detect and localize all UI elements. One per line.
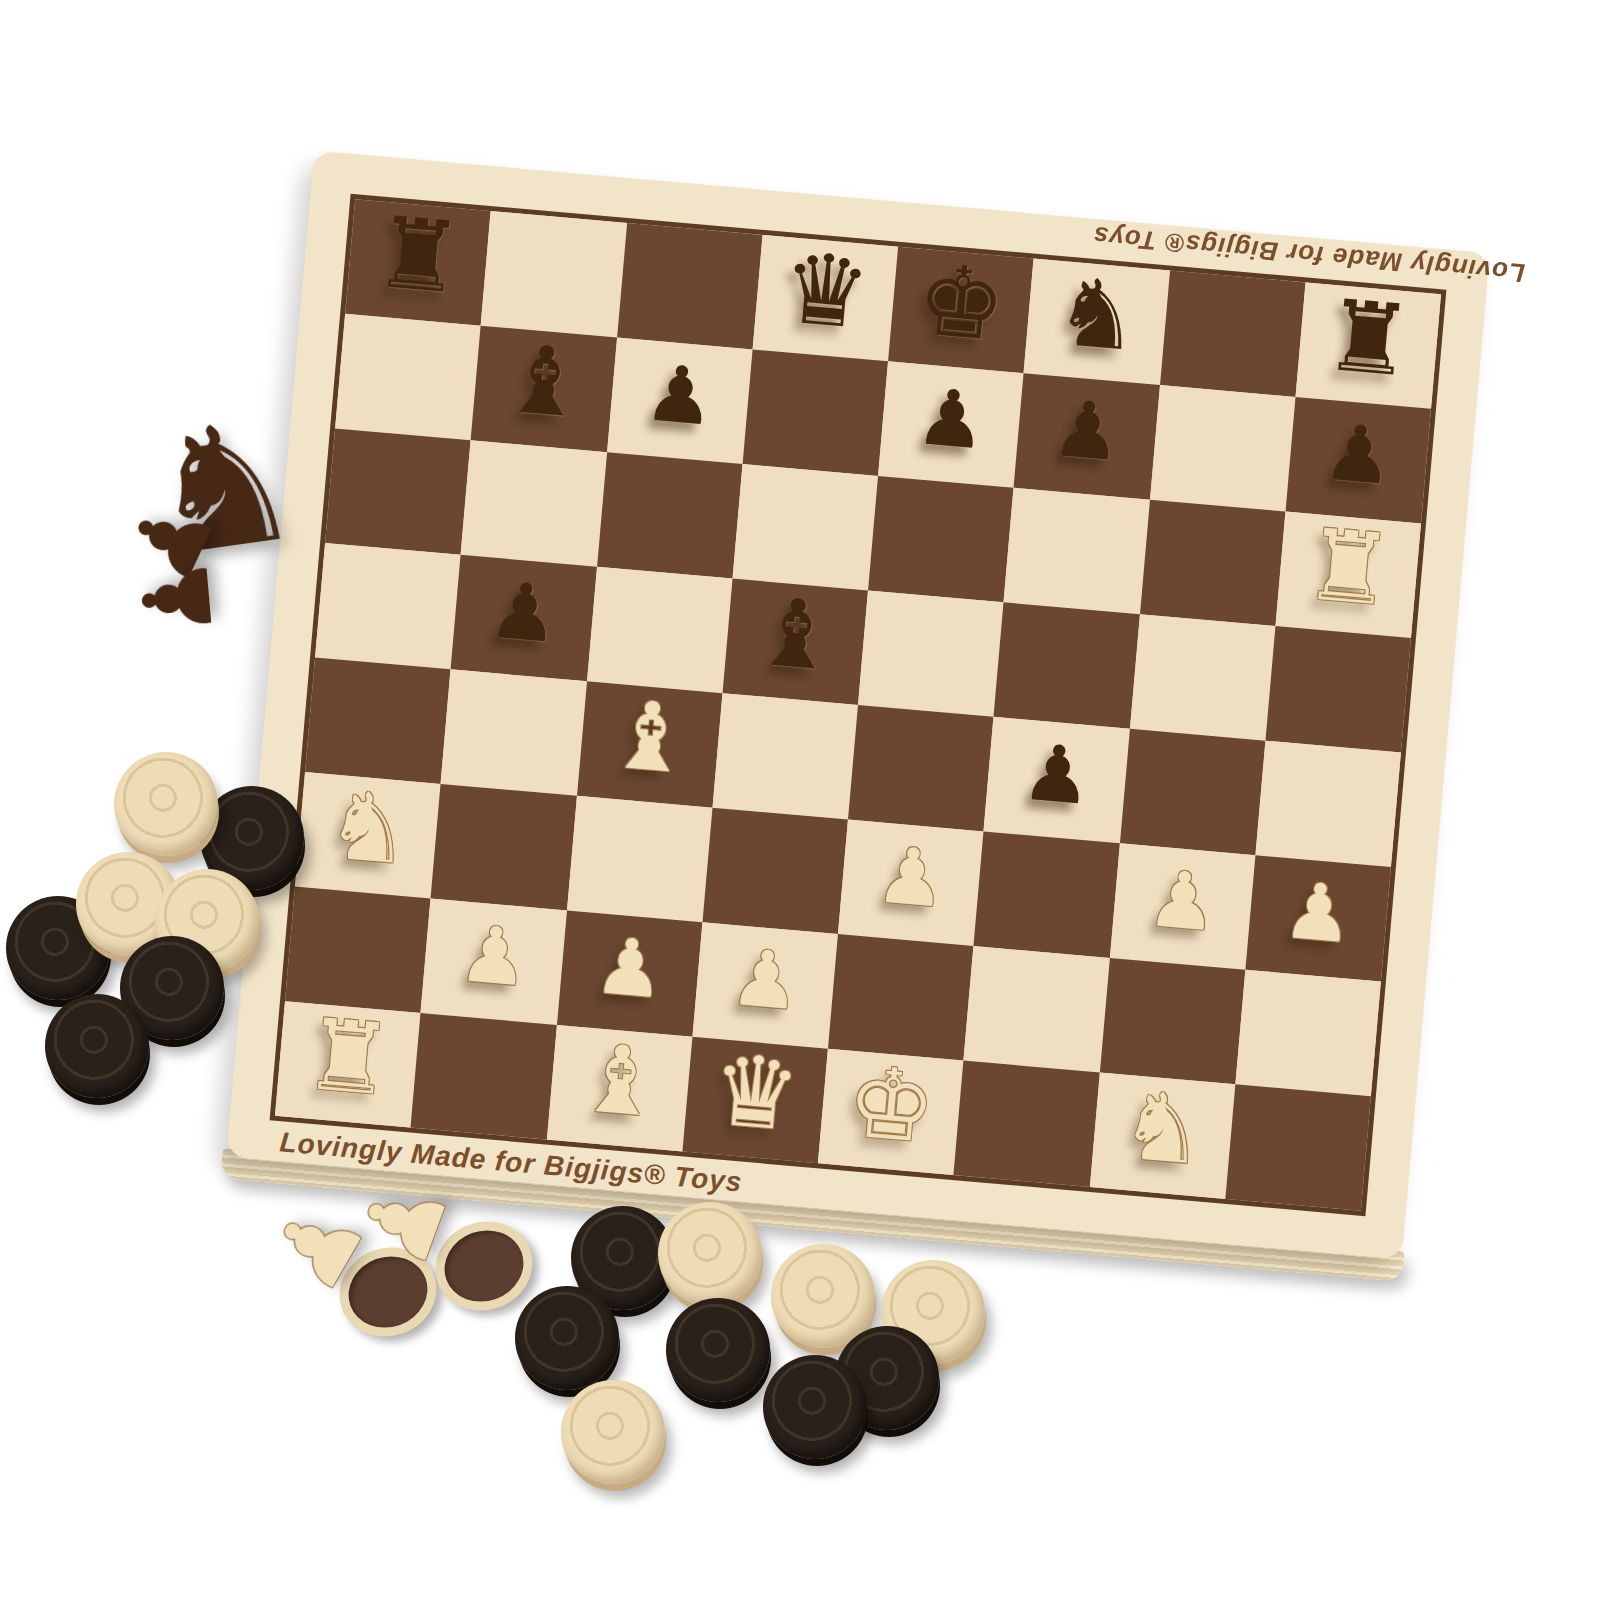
square-d1[interactable]: ♛ <box>682 1037 828 1163</box>
square-b2[interactable]: ♟ <box>421 898 567 1024</box>
piece-black-pawn-f7[interactable]: ♟ <box>1049 388 1125 472</box>
square-c3[interactable] <box>566 796 712 922</box>
square-b8[interactable] <box>481 211 627 337</box>
board-surface: Lovingly Made for Bigjigs® Toys ♜♛♚♞♜♝♟♟… <box>226 150 1490 1259</box>
square-g2[interactable] <box>1099 958 1245 1084</box>
square-c2[interactable]: ♟ <box>556 910 702 1036</box>
piece-white-king-e1[interactable]: ♚ <box>843 1051 939 1156</box>
square-f5[interactable] <box>994 602 1140 728</box>
square-g3[interactable]: ♟ <box>1109 843 1255 969</box>
square-d8[interactable]: ♛ <box>752 235 898 361</box>
square-f1[interactable] <box>954 1061 1100 1187</box>
captured-black-pawn[interactable]: ♟ <box>129 553 228 643</box>
square-a3[interactable]: ♞ <box>295 772 441 898</box>
square-e3[interactable]: ♟ <box>838 820 984 946</box>
square-b7[interactable]: ♝ <box>471 326 617 452</box>
piece-white-rook-h6[interactable]: ♜ <box>1301 514 1397 619</box>
square-e7[interactable]: ♟ <box>878 361 1024 487</box>
piece-black-rook-h8[interactable]: ♜ <box>1321 285 1417 390</box>
square-h3[interactable]: ♟ <box>1245 855 1391 981</box>
left-pile-dark-checker[interactable] <box>45 994 149 1098</box>
square-e1[interactable]: ♚ <box>818 1049 964 1175</box>
bottom-pile-light-checker[interactable] <box>561 1380 665 1484</box>
piece-white-rook-a1[interactable]: ♜ <box>301 1004 397 1109</box>
square-c4[interactable]: ♝ <box>577 681 723 807</box>
square-c1[interactable]: ♝ <box>546 1025 692 1151</box>
square-a6[interactable] <box>325 428 471 554</box>
piece-white-bishop-c1[interactable]: ♝ <box>574 1030 666 1131</box>
square-d4[interactable] <box>712 693 858 819</box>
square-b4[interactable] <box>441 669 587 795</box>
piece-white-knight-a3[interactable]: ♞ <box>322 777 414 878</box>
left-pile-light-checker[interactable] <box>114 752 218 856</box>
square-f2[interactable] <box>964 946 1110 1072</box>
square-h4[interactable] <box>1255 741 1401 867</box>
square-b1[interactable] <box>411 1013 557 1139</box>
square-b5[interactable]: ♟ <box>451 555 597 681</box>
square-g4[interactable] <box>1119 729 1265 855</box>
square-c8[interactable] <box>617 223 763 349</box>
piece-white-pawn-b2[interactable]: ♟ <box>456 914 532 998</box>
piece-white-pawn-e3[interactable]: ♟ <box>873 835 949 919</box>
square-a8[interactable]: ♜ <box>345 199 491 325</box>
bottom-pile-dark-checker[interactable] <box>515 1286 619 1390</box>
square-d6[interactable] <box>732 464 878 590</box>
piece-white-pawn-h3[interactable]: ♟ <box>1280 870 1356 954</box>
piece-black-queen-d8[interactable]: ♛ <box>778 238 874 343</box>
chess-board: Lovingly Made for Bigjigs® Toys ♜♛♚♞♜♝♟♟… <box>226 150 1490 1259</box>
square-a2[interactable] <box>285 887 431 1013</box>
piece-white-knight-g1[interactable]: ♞ <box>1117 1078 1209 1179</box>
square-e4[interactable] <box>848 705 994 831</box>
square-g6[interactable] <box>1139 500 1285 626</box>
square-h7[interactable]: ♟ <box>1285 397 1431 523</box>
square-b3[interactable] <box>431 784 577 910</box>
square-h6[interactable]: ♜ <box>1275 512 1421 638</box>
piece-white-pawn-d2[interactable]: ♟ <box>727 937 803 1021</box>
square-d5[interactable]: ♝ <box>722 579 868 705</box>
piece-white-pawn-g3[interactable]: ♟ <box>1145 858 1221 942</box>
square-g8[interactable] <box>1160 271 1306 397</box>
piece-black-pawn-c7[interactable]: ♟ <box>642 353 718 437</box>
square-a4[interactable] <box>305 658 451 784</box>
square-h5[interactable] <box>1265 626 1411 752</box>
square-c5[interactable] <box>587 567 733 693</box>
square-g7[interactable] <box>1150 385 1296 511</box>
board-grid: ♜♛♚♞♜♝♟♟♟♟♜♟♝♝♟♞♟♟♟♟♟♟♜♝♛♚♞ <box>270 194 1447 1216</box>
square-f4[interactable]: ♟ <box>984 717 1130 843</box>
square-f3[interactable] <box>974 831 1120 957</box>
piece-black-pawn-f4[interactable]: ♟ <box>1019 732 1095 816</box>
photo-scene: Lovingly Made for Bigjigs® Toys ♜♛♚♞♜♝♟♟… <box>0 0 1600 1600</box>
square-f8[interactable]: ♞ <box>1024 259 1170 385</box>
piece-black-rook-a8[interactable]: ♜ <box>371 202 467 307</box>
square-f7[interactable]: ♟ <box>1014 373 1160 499</box>
square-d7[interactable] <box>742 349 888 475</box>
square-c7[interactable]: ♟ <box>607 338 753 464</box>
piece-black-knight-f8[interactable]: ♞ <box>1051 264 1143 365</box>
piece-black-pawn-e7[interactable]: ♟ <box>913 376 989 460</box>
piece-black-bishop-d5[interactable]: ♝ <box>750 584 842 685</box>
square-e5[interactable] <box>858 590 1004 716</box>
bottom-pile-dark-checker[interactable] <box>763 1355 867 1459</box>
bottom-pile-light-checker[interactable] <box>658 1202 762 1306</box>
piece-white-pawn-c2[interactable]: ♟ <box>592 925 668 1009</box>
square-a7[interactable] <box>335 314 481 440</box>
square-f6[interactable] <box>1004 488 1150 614</box>
square-g1[interactable]: ♞ <box>1089 1072 1235 1198</box>
square-c6[interactable] <box>597 452 743 578</box>
square-e6[interactable] <box>868 476 1014 602</box>
square-g5[interactable] <box>1129 614 1275 740</box>
square-e2[interactable] <box>828 934 974 1060</box>
piece-black-pawn-h7[interactable]: ♟ <box>1320 412 1396 496</box>
bottom-pile-dark-checker[interactable] <box>666 1298 770 1402</box>
piece-black-bishop-b7[interactable]: ♝ <box>498 331 590 432</box>
square-e8[interactable]: ♚ <box>888 247 1034 373</box>
square-d2[interactable]: ♟ <box>692 922 838 1048</box>
square-h2[interactable] <box>1235 970 1381 1096</box>
piece-black-pawn-b5[interactable]: ♟ <box>486 570 562 654</box>
piece-white-bishop-c4[interactable]: ♝ <box>604 686 696 787</box>
square-h8[interactable]: ♜ <box>1295 282 1441 408</box>
piece-black-king-e8[interactable]: ♚ <box>914 250 1010 355</box>
square-a5[interactable] <box>315 543 461 669</box>
piece-white-queen-d1[interactable]: ♛ <box>708 1040 804 1145</box>
square-a1[interactable]: ♜ <box>275 1001 421 1127</box>
square-b6[interactable] <box>461 440 607 566</box>
square-d3[interactable] <box>702 808 848 934</box>
square-h1[interactable] <box>1225 1084 1371 1210</box>
